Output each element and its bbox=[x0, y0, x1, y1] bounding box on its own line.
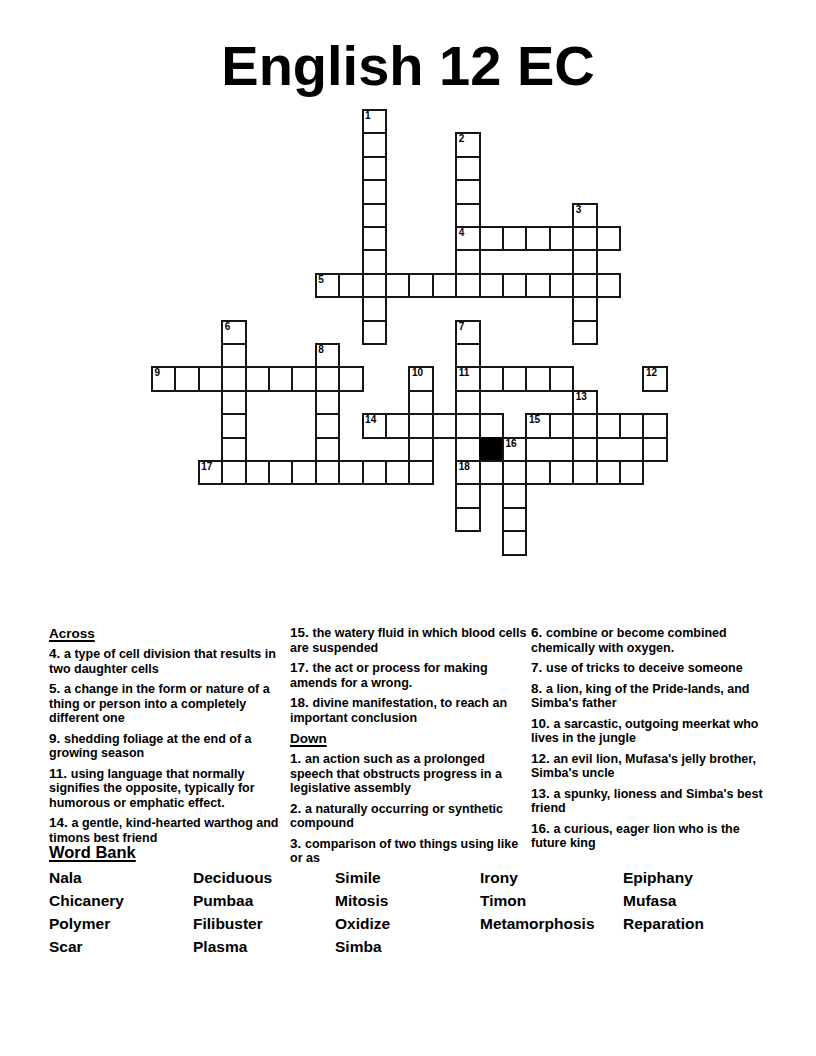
grid-cell[interactable] bbox=[221, 460, 246, 485]
clue-item: 6. combine or become combined chemically… bbox=[531, 626, 771, 655]
grid-cell[interactable] bbox=[642, 437, 667, 462]
clue-item: 15. the watery fluid in which blood cell… bbox=[290, 626, 530, 655]
clue-text: a naturally occurring or synthetic compo… bbox=[290, 802, 503, 831]
grid-cell[interactable] bbox=[525, 460, 550, 485]
grid-cell[interactable] bbox=[362, 460, 387, 485]
grid-cell[interactable] bbox=[268, 366, 293, 391]
grid-cell[interactable] bbox=[432, 273, 457, 298]
grid-cell[interactable] bbox=[198, 366, 223, 391]
clue-item: 9. shedding foliage at the end of a grow… bbox=[49, 732, 289, 761]
clue-item: 7. use of tricks to deceive someone bbox=[531, 661, 771, 676]
grid-cell[interactable] bbox=[455, 203, 480, 228]
word-bank-column: EpiphanyMufasaReparation bbox=[623, 866, 704, 935]
clue-number: 13. bbox=[531, 786, 554, 801]
grid-cell[interactable] bbox=[479, 413, 504, 438]
grid-cell[interactable] bbox=[479, 366, 504, 391]
grid-cell[interactable] bbox=[315, 437, 340, 462]
grid-cell[interactable]: 14 bbox=[362, 413, 387, 438]
grid-cell[interactable] bbox=[315, 390, 340, 415]
grid-cell[interactable] bbox=[549, 226, 574, 251]
word-bank-word: Mitosis bbox=[335, 889, 390, 912]
grid-cell[interactable] bbox=[221, 413, 246, 438]
clue-text: a sarcastic, outgoing meerkat who lives … bbox=[531, 717, 758, 746]
word-bank-word: Nala bbox=[49, 866, 124, 889]
clue-column-2: 15. the watery fluid in which blood cell… bbox=[290, 626, 530, 872]
grid-cell[interactable] bbox=[502, 366, 527, 391]
black-cell bbox=[479, 437, 504, 462]
clue-number: 8. bbox=[531, 681, 546, 696]
clue-heading-down: Down bbox=[290, 731, 530, 746]
cell-number: 4 bbox=[459, 227, 465, 238]
clue-number: 15. bbox=[290, 625, 313, 640]
clue-text: comparison of two things using like or a… bbox=[290, 837, 518, 866]
grid-cell[interactable] bbox=[596, 413, 621, 438]
clue-item: 18. divine manifestation, to reach an im… bbox=[290, 696, 530, 725]
word-bank-heading: Word Bank bbox=[49, 843, 136, 862]
grid-cell[interactable] bbox=[455, 249, 480, 274]
word-bank-word: Pumbaa bbox=[193, 889, 272, 912]
clue-number: 18. bbox=[290, 695, 313, 710]
grid-cell[interactable] bbox=[502, 507, 527, 532]
grid-cell[interactable]: 3 bbox=[572, 203, 597, 228]
clue-number: 14. bbox=[49, 815, 72, 830]
grid-cell[interactable]: 2 bbox=[455, 132, 480, 157]
cell-number: 3 bbox=[576, 204, 582, 215]
grid-cell[interactable] bbox=[315, 366, 340, 391]
clue-number: 4. bbox=[49, 646, 64, 661]
grid-cell[interactable] bbox=[315, 413, 340, 438]
clue-column-1: Across4. a type of cell division that re… bbox=[49, 626, 289, 851]
grid-cell[interactable] bbox=[502, 273, 527, 298]
word-bank-word: Polymer bbox=[49, 912, 124, 935]
clue-item: 4. a type of cell division that results … bbox=[49, 647, 289, 676]
grid-cell[interactable] bbox=[245, 366, 270, 391]
grid-cell[interactable] bbox=[385, 413, 410, 438]
cell-number: 13 bbox=[576, 391, 587, 402]
grid-cell[interactable]: 8 bbox=[315, 343, 340, 368]
grid-cell[interactable] bbox=[338, 366, 363, 391]
clue-column-3: 6. combine or become combined chemically… bbox=[531, 626, 771, 857]
grid-cell[interactable] bbox=[455, 179, 480, 204]
word-bank-column: SimileMitosisOxidizeSimba bbox=[335, 866, 390, 958]
grid-cell[interactable] bbox=[525, 226, 550, 251]
worksheet-page: English 12 EC 12345678910111213141516171… bbox=[0, 0, 816, 1056]
grid-cell[interactable] bbox=[502, 530, 527, 555]
grid-cell[interactable]: 17 bbox=[198, 460, 223, 485]
clue-number: 6. bbox=[531, 625, 546, 640]
clue-item: 16. a curious, eager lion who is the fut… bbox=[531, 822, 771, 851]
clue-number: 9. bbox=[49, 731, 64, 746]
word-bank: NalaChicaneryPolymerScarDeciduousPumbaaF… bbox=[49, 866, 789, 966]
grid-cell[interactable] bbox=[408, 437, 433, 462]
grid-cell[interactable]: 6 bbox=[221, 320, 246, 345]
word-bank-column: IronyTimonMetamorphosis bbox=[480, 866, 595, 935]
grid-cell[interactable] bbox=[619, 413, 644, 438]
grid-cell[interactable] bbox=[572, 249, 597, 274]
grid-cell[interactable] bbox=[362, 156, 387, 181]
cell-number: 14 bbox=[365, 414, 376, 425]
grid-cell[interactable] bbox=[362, 203, 387, 228]
grid-cell[interactable] bbox=[362, 226, 387, 251]
grid-cell[interactable] bbox=[221, 366, 246, 391]
word-bank-word: Chicanery bbox=[49, 889, 124, 912]
grid-cell[interactable]: 10 bbox=[408, 366, 433, 391]
clue-number: 2. bbox=[290, 801, 305, 816]
word-bank-word: Deciduous bbox=[193, 866, 272, 889]
cell-number: 6 bbox=[225, 321, 231, 332]
word-bank-word: Simile bbox=[335, 866, 390, 889]
grid-cell[interactable] bbox=[455, 437, 480, 462]
grid-cell[interactable] bbox=[221, 390, 246, 415]
grid-cell[interactable]: 7 bbox=[455, 320, 480, 345]
cell-number: 7 bbox=[459, 321, 465, 332]
grid-cell[interactable]: 4 bbox=[455, 226, 480, 251]
cell-number: 2 bbox=[459, 133, 465, 144]
grid-cell[interactable] bbox=[385, 460, 410, 485]
grid-cell[interactable] bbox=[479, 226, 504, 251]
grid-cell[interactable] bbox=[572, 320, 597, 345]
word-bank-word: Simba bbox=[335, 935, 390, 958]
word-bank-word: Mufasa bbox=[623, 889, 704, 912]
grid-cell[interactable] bbox=[362, 320, 387, 345]
clue-text: a type of cell division that results in … bbox=[49, 647, 276, 676]
clue-number: 5. bbox=[49, 681, 64, 696]
grid-cell[interactable] bbox=[432, 413, 457, 438]
clue-number: 11. bbox=[49, 766, 71, 781]
grid-cell[interactable] bbox=[572, 273, 597, 298]
clue-text: a lion, king of the Pride-lands, and Sim… bbox=[531, 682, 750, 711]
crossword-grid: 123456789101112131415161718 bbox=[151, 109, 666, 554]
word-bank-word: Scar bbox=[49, 935, 124, 958]
clue-number: 7. bbox=[531, 660, 546, 675]
word-bank-word: Timon bbox=[480, 889, 595, 912]
cell-number: 5 bbox=[318, 274, 324, 285]
word-bank-word: Reparation bbox=[623, 912, 704, 935]
clue-number: 10. bbox=[531, 716, 554, 731]
grid-cell[interactable] bbox=[455, 156, 480, 181]
clue-number: 3. bbox=[290, 836, 305, 851]
grid-cell[interactable] bbox=[596, 226, 621, 251]
clue-text: combine or become combined chemically wi… bbox=[531, 626, 727, 655]
grid-cell[interactable] bbox=[549, 273, 574, 298]
grid-cell[interactable] bbox=[572, 296, 597, 321]
cell-number: 1 bbox=[365, 110, 371, 121]
grid-cell[interactable] bbox=[408, 413, 433, 438]
word-bank-word: Filibuster bbox=[193, 912, 272, 935]
clue-number: 1. bbox=[290, 751, 305, 766]
clue-item: 8. a lion, king of the Pride-lands, and … bbox=[531, 682, 771, 711]
grid-cell[interactable] bbox=[291, 460, 316, 485]
word-bank-word: Epiphany bbox=[623, 866, 704, 889]
clue-heading-across: Across bbox=[49, 626, 289, 641]
clue-number: 16. bbox=[531, 821, 554, 836]
clue-item: 10. a sarcastic, outgoing meerkat who li… bbox=[531, 717, 771, 746]
clue-number: 17. bbox=[290, 660, 313, 675]
clue-text: a gentle, kind-hearted warthog and timon… bbox=[49, 816, 279, 845]
grid-cell[interactable] bbox=[502, 460, 527, 485]
grid-cell[interactable] bbox=[362, 132, 387, 157]
grid-cell[interactable] bbox=[174, 366, 199, 391]
grid-cell[interactable]: 5 bbox=[315, 273, 340, 298]
cell-number: 16 bbox=[506, 438, 517, 449]
grid-cell[interactable] bbox=[221, 343, 246, 368]
grid-cell[interactable] bbox=[362, 249, 387, 274]
grid-cell[interactable] bbox=[385, 273, 410, 298]
grid-cell[interactable] bbox=[268, 460, 293, 485]
grid-cell[interactable]: 13 bbox=[572, 390, 597, 415]
grid-cell[interactable] bbox=[408, 273, 433, 298]
grid-cell[interactable] bbox=[362, 296, 387, 321]
word-bank-column: NalaChicaneryPolymerScar bbox=[49, 866, 124, 958]
grid-cell[interactable] bbox=[455, 343, 480, 368]
clue-text: a change in the form or nature of a thin… bbox=[49, 682, 270, 725]
clue-item: 17. the act or process for making amends… bbox=[290, 661, 530, 690]
word-bank-column: DeciduousPumbaaFilibusterPlasma bbox=[193, 866, 272, 958]
cell-number: 10 bbox=[412, 367, 423, 378]
grid-cell[interactable] bbox=[572, 460, 597, 485]
grid-cell[interactable] bbox=[408, 390, 433, 415]
grid-cell[interactable] bbox=[455, 390, 480, 415]
grid-cell[interactable] bbox=[362, 179, 387, 204]
grid-cell[interactable] bbox=[408, 460, 433, 485]
grid-cell[interactable] bbox=[596, 460, 621, 485]
puzzle-title: English 12 EC bbox=[0, 33, 816, 98]
clue-text: use of tricks to deceive someone bbox=[546, 661, 743, 675]
grid-cell[interactable] bbox=[549, 460, 574, 485]
grid-cell[interactable] bbox=[619, 460, 644, 485]
grid-cell[interactable] bbox=[572, 437, 597, 462]
clue-item: 13. a spunky, lioness and Simba's best f… bbox=[531, 787, 771, 816]
word-bank-word: Irony bbox=[480, 866, 595, 889]
cell-number: 8 bbox=[318, 344, 324, 355]
cell-number: 9 bbox=[155, 367, 161, 378]
grid-cell[interactable] bbox=[502, 483, 527, 508]
cell-number: 12 bbox=[646, 367, 657, 378]
clue-item: 12. an evil lion, Mufasa's jelly brother… bbox=[531, 752, 771, 781]
clue-text: an evil lion, Mufasa's jelly brother, Si… bbox=[531, 752, 756, 781]
grid-cell[interactable] bbox=[479, 273, 504, 298]
clue-text: an action such as a prolonged speech tha… bbox=[290, 752, 502, 795]
grid-cell[interactable] bbox=[362, 273, 387, 298]
grid-cell[interactable]: 11 bbox=[455, 366, 480, 391]
clue-text: a curious, eager lion who is the future … bbox=[531, 822, 740, 851]
grid-cell[interactable] bbox=[455, 413, 480, 438]
word-bank-word: Plasma bbox=[193, 935, 272, 958]
grid-cell[interactable] bbox=[642, 413, 667, 438]
grid-cell[interactable] bbox=[338, 460, 363, 485]
clue-text: the watery fluid in which blood cells ar… bbox=[290, 626, 526, 655]
clue-item: 1. an action such as a prolonged speech … bbox=[290, 752, 530, 796]
grid-cell[interactable] bbox=[525, 273, 550, 298]
grid-cell[interactable] bbox=[572, 226, 597, 251]
grid-cell[interactable] bbox=[221, 437, 246, 462]
grid-cell[interactable]: 12 bbox=[642, 366, 667, 391]
grid-cell[interactable] bbox=[525, 366, 550, 391]
clue-item: 5. a change in the form or nature of a t… bbox=[49, 682, 289, 726]
grid-cell[interactable]: 1 bbox=[362, 109, 387, 134]
grid-cell[interactable]: 9 bbox=[151, 366, 176, 391]
cell-number: 15 bbox=[529, 414, 540, 425]
clue-text: the act or process for making amends for… bbox=[290, 661, 488, 690]
grid-cell[interactable]: 18 bbox=[455, 460, 480, 485]
grid-cell[interactable] bbox=[479, 460, 504, 485]
grid-cell[interactable] bbox=[549, 413, 574, 438]
clue-text: using language that normally signifies t… bbox=[49, 767, 255, 810]
grid-cell[interactable] bbox=[245, 460, 270, 485]
grid-cell[interactable] bbox=[315, 460, 340, 485]
cell-number: 11 bbox=[459, 367, 470, 378]
clue-text: shedding foliage at the end of a growing… bbox=[49, 732, 252, 761]
clue-number: 12. bbox=[531, 751, 554, 766]
cell-number: 18 bbox=[459, 461, 470, 472]
clue-item: 11. using language that normally signifi… bbox=[49, 767, 289, 811]
word-bank-word: Oxidize bbox=[335, 912, 390, 935]
grid-cell[interactable] bbox=[549, 366, 574, 391]
clue-text: divine manifestation, to reach an import… bbox=[290, 696, 507, 725]
clue-item: 3. comparison of two things using like o… bbox=[290, 837, 530, 866]
grid-cell[interactable] bbox=[338, 273, 363, 298]
clue-item: 14. a gentle, kind-hearted warthog and t… bbox=[49, 816, 289, 845]
grid-cell[interactable] bbox=[596, 273, 621, 298]
grid-cell[interactable] bbox=[502, 226, 527, 251]
grid-cell[interactable] bbox=[455, 483, 480, 508]
clue-text: a spunky, lioness and Simba's best frien… bbox=[531, 787, 763, 816]
grid-cell[interactable] bbox=[455, 273, 480, 298]
grid-cell[interactable]: 16 bbox=[502, 437, 527, 462]
cell-number: 17 bbox=[201, 461, 212, 472]
clue-item: 2. a naturally occurring or synthetic co… bbox=[290, 802, 530, 831]
grid-cell[interactable]: 15 bbox=[525, 413, 550, 438]
grid-cell[interactable] bbox=[572, 413, 597, 438]
word-bank-word: Metamorphosis bbox=[480, 912, 595, 935]
grid-cell[interactable] bbox=[291, 366, 316, 391]
grid-cell[interactable] bbox=[455, 507, 480, 532]
